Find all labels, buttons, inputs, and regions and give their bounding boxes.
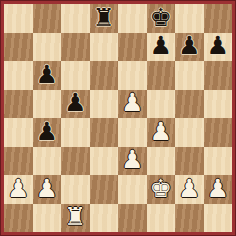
square-f2[interactable]: ♚: [147, 175, 176, 204]
square-f3[interactable]: [147, 147, 176, 176]
square-d3[interactable]: [90, 147, 119, 176]
piece-white-pawn[interactable]: ♟: [7, 176, 29, 201]
square-a4[interactable]: [4, 118, 33, 147]
square-c3[interactable]: [61, 147, 90, 176]
square-d1[interactable]: [90, 204, 119, 233]
square-e5[interactable]: ♟: [118, 90, 147, 119]
chess-board: ♜♚♟♟♟♟♟♟♟♟♟♟♟♚♟♟♜: [4, 4, 232, 232]
square-h1[interactable]: [204, 204, 233, 233]
square-h2[interactable]: ♟: [204, 175, 233, 204]
square-a6[interactable]: [4, 61, 33, 90]
square-e8[interactable]: [118, 4, 147, 33]
piece-white-pawn[interactable]: ♟: [36, 176, 58, 201]
square-h6[interactable]: [204, 61, 233, 90]
square-g7[interactable]: ♟: [175, 33, 204, 62]
piece-black-pawn[interactable]: ♟: [150, 33, 172, 58]
square-d8[interactable]: ♜: [90, 4, 119, 33]
piece-black-pawn[interactable]: ♟: [207, 33, 229, 58]
square-b6[interactable]: ♟: [33, 61, 62, 90]
square-b1[interactable]: [33, 204, 62, 233]
square-f7[interactable]: ♟: [147, 33, 176, 62]
piece-white-pawn[interactable]: ♟: [207, 176, 229, 201]
piece-white-pawn[interactable]: ♟: [121, 147, 143, 172]
square-a1[interactable]: [4, 204, 33, 233]
square-g8[interactable]: [175, 4, 204, 33]
piece-white-pawn[interactable]: ♟: [150, 119, 172, 144]
piece-black-rook[interactable]: ♜: [93, 5, 115, 30]
square-a5[interactable]: [4, 90, 33, 119]
square-b5[interactable]: [33, 90, 62, 119]
square-h8[interactable]: [204, 4, 233, 33]
piece-white-pawn[interactable]: ♟: [121, 90, 143, 115]
piece-white-king[interactable]: ♚: [150, 176, 172, 201]
square-d5[interactable]: [90, 90, 119, 119]
piece-black-pawn[interactable]: ♟: [36, 62, 58, 87]
square-e3[interactable]: ♟: [118, 147, 147, 176]
square-f5[interactable]: [147, 90, 176, 119]
square-d6[interactable]: [90, 61, 119, 90]
piece-white-pawn[interactable]: ♟: [178, 176, 200, 201]
square-g3[interactable]: [175, 147, 204, 176]
square-c6[interactable]: [61, 61, 90, 90]
square-f6[interactable]: [147, 61, 176, 90]
square-e7[interactable]: [118, 33, 147, 62]
square-b2[interactable]: ♟: [33, 175, 62, 204]
square-a3[interactable]: [4, 147, 33, 176]
square-g2[interactable]: ♟: [175, 175, 204, 204]
square-c8[interactable]: [61, 4, 90, 33]
square-b3[interactable]: [33, 147, 62, 176]
square-d2[interactable]: [90, 175, 119, 204]
square-e1[interactable]: [118, 204, 147, 233]
square-f1[interactable]: [147, 204, 176, 233]
square-e4[interactable]: [118, 118, 147, 147]
square-g5[interactable]: [175, 90, 204, 119]
square-f4[interactable]: ♟: [147, 118, 176, 147]
square-d4[interactable]: [90, 118, 119, 147]
chess-board-frame: ♜♚♟♟♟♟♟♟♟♟♟♟♟♚♟♟♜: [0, 0, 236, 236]
square-h3[interactable]: [204, 147, 233, 176]
square-a2[interactable]: ♟: [4, 175, 33, 204]
square-e2[interactable]: [118, 175, 147, 204]
square-g4[interactable]: [175, 118, 204, 147]
piece-black-pawn[interactable]: ♟: [36, 119, 58, 144]
square-b8[interactable]: [33, 4, 62, 33]
square-b4[interactable]: ♟: [33, 118, 62, 147]
square-c4[interactable]: [61, 118, 90, 147]
square-h4[interactable]: [204, 118, 233, 147]
square-d7[interactable]: [90, 33, 119, 62]
square-e6[interactable]: [118, 61, 147, 90]
piece-black-king[interactable]: ♚: [150, 5, 172, 30]
square-c5[interactable]: ♟: [61, 90, 90, 119]
square-c7[interactable]: [61, 33, 90, 62]
square-f8[interactable]: ♚: [147, 4, 176, 33]
square-g6[interactable]: [175, 61, 204, 90]
square-g1[interactable]: [175, 204, 204, 233]
piece-white-rook[interactable]: ♜: [64, 204, 86, 229]
square-a7[interactable]: [4, 33, 33, 62]
piece-black-pawn[interactable]: ♟: [64, 90, 86, 115]
piece-black-pawn[interactable]: ♟: [178, 33, 200, 58]
square-c1[interactable]: ♜: [61, 204, 90, 233]
square-h7[interactable]: ♟: [204, 33, 233, 62]
square-b7[interactable]: [33, 33, 62, 62]
square-c2[interactable]: [61, 175, 90, 204]
square-a8[interactable]: [4, 4, 33, 33]
square-h5[interactable]: [204, 90, 233, 119]
